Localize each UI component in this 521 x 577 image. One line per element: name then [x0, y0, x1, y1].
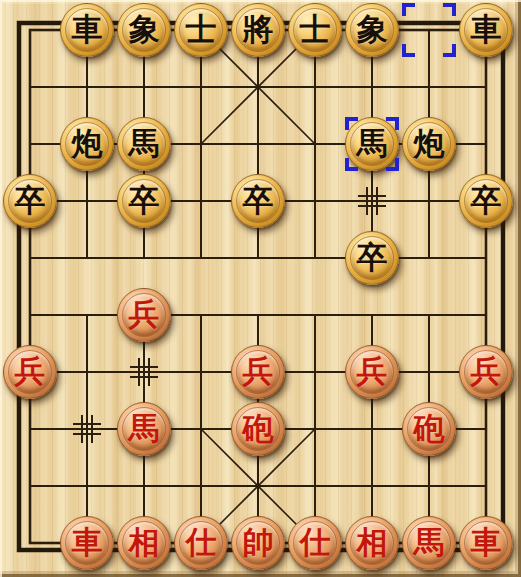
- red-soldier[interactable]: 兵: [345, 345, 399, 399]
- piece-glyph: 象: [357, 14, 388, 45]
- red-soldier[interactable]: 兵: [3, 345, 57, 399]
- piece-glyph: 卒: [15, 185, 46, 216]
- piece-glyph: 車: [72, 527, 103, 558]
- piece-glyph: 象: [129, 14, 160, 45]
- last-move-to-marker: [345, 117, 399, 171]
- black-soldier[interactable]: 卒: [231, 174, 285, 228]
- piece-glyph: 相: [129, 527, 160, 558]
- black-cannon[interactable]: 炮: [60, 117, 114, 171]
- vacated-point-marker: [357, 186, 387, 216]
- red-chariot[interactable]: 車: [459, 516, 513, 570]
- piece-glyph: 兵: [243, 356, 274, 387]
- piece-glyph: 仕: [186, 527, 217, 558]
- red-soldier[interactable]: 兵: [231, 345, 285, 399]
- red-elephant[interactable]: 相: [117, 516, 171, 570]
- piece-glyph: 車: [72, 14, 103, 45]
- red-soldier[interactable]: 兵: [117, 288, 171, 342]
- black-soldier[interactable]: 卒: [345, 231, 399, 285]
- red-advisor[interactable]: 仕: [288, 516, 342, 570]
- piece-glyph: 車: [471, 527, 502, 558]
- piece-glyph: 兵: [471, 356, 502, 387]
- last-move-from-marker: [402, 3, 456, 57]
- red-cannon[interactable]: 砲: [231, 402, 285, 456]
- red-advisor[interactable]: 仕: [174, 516, 228, 570]
- black-chariot[interactable]: 車: [60, 3, 114, 57]
- black-soldier[interactable]: 卒: [3, 174, 57, 228]
- red-elephant[interactable]: 相: [345, 516, 399, 570]
- piece-glyph: 兵: [15, 356, 46, 387]
- black-general[interactable]: 將: [231, 3, 285, 57]
- piece-glyph: 帥: [243, 527, 274, 558]
- piece-glyph: 兵: [357, 356, 388, 387]
- black-soldier[interactable]: 卒: [117, 174, 171, 228]
- black-elephant[interactable]: 象: [345, 3, 399, 57]
- piece-glyph: 車: [471, 14, 502, 45]
- vacated-point-marker: [129, 357, 159, 387]
- black-horse[interactable]: 馬: [117, 117, 171, 171]
- black-cannon[interactable]: 炮: [402, 117, 456, 171]
- vacated-point-marker: [72, 414, 102, 444]
- piece-glyph: 兵: [129, 299, 160, 330]
- piece-glyph: 相: [357, 527, 388, 558]
- black-elephant[interactable]: 象: [117, 3, 171, 57]
- piece-glyph: 將: [243, 14, 274, 45]
- black-advisor[interactable]: 士: [174, 3, 228, 57]
- piece-glyph: 炮: [414, 128, 445, 159]
- red-horse[interactable]: 馬: [402, 516, 456, 570]
- piece-glyph: 卒: [243, 185, 274, 216]
- piece-glyph: 馬: [129, 128, 160, 159]
- red-chariot[interactable]: 車: [60, 516, 114, 570]
- black-advisor[interactable]: 士: [288, 3, 342, 57]
- piece-glyph: 馬: [414, 527, 445, 558]
- black-soldier[interactable]: 卒: [459, 174, 513, 228]
- piece-glyph: 砲: [243, 413, 274, 444]
- piece-glyph: 卒: [357, 242, 388, 273]
- piece-glyph: 士: [300, 14, 331, 45]
- piece-glyph: 炮: [72, 128, 103, 159]
- intersection-grid: 車象士將士象車炮馬馬炮卒卒卒卒卒兵兵兵兵兵馬砲砲車相仕帥仕相馬車: [2, 2, 515, 572]
- black-chariot[interactable]: 車: [459, 3, 513, 57]
- red-horse[interactable]: 馬: [117, 402, 171, 456]
- piece-glyph: 馬: [129, 413, 160, 444]
- piece-glyph: 卒: [129, 185, 160, 216]
- piece-glyph: 砲: [414, 413, 445, 444]
- xiangqi-board: 車象士將士象車炮馬馬炮卒卒卒卒卒兵兵兵兵兵馬砲砲車相仕帥仕相馬車: [0, 0, 521, 577]
- piece-glyph: 仕: [300, 527, 331, 558]
- red-cannon[interactable]: 砲: [402, 402, 456, 456]
- piece-glyph: 卒: [471, 185, 502, 216]
- red-soldier[interactable]: 兵: [459, 345, 513, 399]
- piece-glyph: 士: [186, 14, 217, 45]
- red-general[interactable]: 帥: [231, 516, 285, 570]
